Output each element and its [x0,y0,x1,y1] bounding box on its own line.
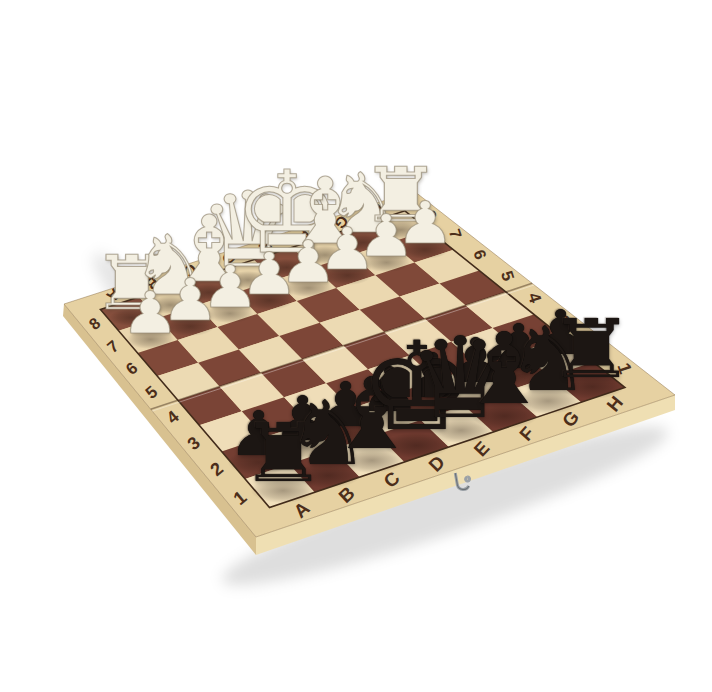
chess-board [0,0,712,692]
chess-set-photo: AABBCCDDEEFFGGHH8877665544332211 ♜♞♝♛♚♝♞… [0,0,712,692]
